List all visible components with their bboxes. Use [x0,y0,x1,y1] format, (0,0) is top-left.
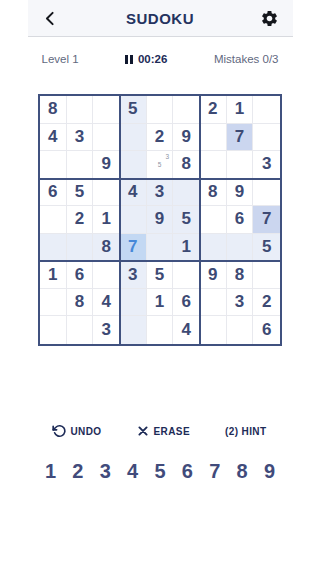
cell-r6c8[interactable] [227,234,254,262]
cell-r2c6[interactable]: 9 [173,124,200,152]
pause-icon [125,55,133,64]
cell-r5c9[interactable]: 7 [253,206,280,234]
cell-r6c5[interactable] [147,234,174,262]
cell-r5c7[interactable] [200,206,227,234]
cell-r8c7[interactable] [200,289,227,317]
settings-button[interactable] [258,7,280,29]
timer[interactable]: 00:26 [125,53,167,65]
cell-r1c5[interactable] [147,96,174,124]
cell-r3c9[interactable]: 3 [253,151,280,179]
cell-r4c6[interactable] [173,179,200,207]
cell-r1c8[interactable]: 1 [227,96,254,124]
cell-r8c6[interactable]: 6 [173,289,200,317]
cell-r2c2[interactable]: 3 [67,124,94,152]
cell-r4c1[interactable]: 6 [40,179,67,207]
cell-r9c6[interactable]: 4 [173,316,200,344]
numpad-8[interactable]: 8 [232,460,252,483]
box-divider-horizontal-2 [40,260,280,262]
cell-r4c9[interactable] [253,179,280,207]
cell-r9c3[interactable]: 3 [93,316,120,344]
cell-r8c3[interactable]: 4 [93,289,120,317]
cell-r2c1[interactable]: 4 [40,124,67,152]
cell-r9c2[interactable] [67,316,94,344]
cell-r3c1[interactable] [40,151,67,179]
numpad-5[interactable]: 5 [150,460,170,483]
numpad-6[interactable]: 6 [177,460,197,483]
cell-r3c3[interactable]: 9 [93,151,120,179]
cell-r2c4[interactable] [120,124,147,152]
sudoku-app-screen: SUDOKU Level 1 00:26 Mistakes 0/3 852143… [28,0,293,574]
cell-r1c7[interactable]: 2 [200,96,227,124]
cell-r7c8[interactable]: 8 [227,261,254,289]
cell-r5c1[interactable] [40,206,67,234]
box-divider-vertical-1 [119,96,121,344]
cell-r7c4[interactable]: 3 [120,261,147,289]
cell-r7c2[interactable]: 6 [67,261,94,289]
cell-r6c4[interactable]: 7 [120,234,147,262]
cell-r7c7[interactable]: 9 [200,261,227,289]
cell-r6c9[interactable]: 5 [253,234,280,262]
gear-icon [260,9,279,28]
number-pad: 123456789 [28,460,293,483]
numpad-4[interactable]: 4 [123,460,143,483]
timer-value: 00:26 [138,53,167,65]
cell-r7c9[interactable] [253,261,280,289]
cell-r3c6[interactable]: 8 [173,151,200,179]
cell-r7c3[interactable] [93,261,120,289]
cell-r4c3[interactable] [93,179,120,207]
cell-r1c9[interactable] [253,96,280,124]
page-title: SUDOKU [126,10,194,27]
cell-r5c6[interactable]: 5 [173,206,200,234]
level-label: Level 1 [42,53,79,65]
box-divider-horizontal-1 [40,178,280,180]
cell-r4c8[interactable]: 9 [227,179,254,207]
sudoku-board: 8521432979358365438921956787151635988416… [38,94,282,346]
cell-r6c3[interactable]: 8 [93,234,120,262]
cell-r6c6[interactable]: 1 [173,234,200,262]
pencil-notes: 35 [148,152,172,177]
cell-r2c9[interactable] [253,124,280,152]
cell-r6c2[interactable] [67,234,94,262]
cell-r8c4[interactable] [120,289,147,317]
cell-r2c3[interactable] [93,124,120,152]
numpad-7[interactable]: 7 [205,460,225,483]
hint-button[interactable]: (2) HINT [225,426,267,437]
back-chevron-icon [42,10,59,27]
cell-r3c4[interactable] [120,151,147,179]
back-button[interactable] [40,7,62,29]
cell-r8c9[interactable]: 2 [253,289,280,317]
cell-r5c4[interactable] [120,206,147,234]
cell-r1c2[interactable] [67,96,94,124]
cell-r7c6[interactable] [173,261,200,289]
cell-r4c7[interactable]: 8 [200,179,227,207]
cell-r8c5[interactable]: 1 [147,289,174,317]
cell-r8c8[interactable]: 3 [227,289,254,317]
cell-r8c2[interactable]: 8 [67,289,94,317]
undo-icon [52,424,66,438]
erase-label: ERASE [154,426,190,437]
numpad-2[interactable]: 2 [68,460,88,483]
cell-r4c2[interactable]: 5 [67,179,94,207]
action-bar: UNDO ERASE (2) HINT [52,422,267,440]
erase-x-icon [137,425,149,437]
cell-r6c7[interactable] [200,234,227,262]
cell-r1c4[interactable]: 5 [120,96,147,124]
numpad-1[interactable]: 1 [41,460,61,483]
cell-r8c1[interactable] [40,289,67,317]
cell-r9c5[interactable] [147,316,174,344]
status-bar: Level 1 00:26 Mistakes 0/3 [28,51,293,67]
cell-r9c9[interactable]: 6 [253,316,280,344]
sudoku-grid: 8521432979358365438921956787151635988416… [40,96,280,344]
cell-r3c8[interactable] [227,151,254,179]
undo-label: UNDO [71,426,102,437]
cell-r7c5[interactable]: 5 [147,261,174,289]
cell-r3c7[interactable] [200,151,227,179]
numpad-9[interactable]: 9 [260,460,280,483]
cell-r5c8[interactable]: 6 [227,206,254,234]
box-divider-vertical-2 [199,96,201,344]
cell-r1c3[interactable] [93,96,120,124]
cell-r4c5[interactable]: 3 [147,179,174,207]
cell-r9c4[interactable] [120,316,147,344]
header: SUDOKU [28,0,293,37]
cell-r1c1[interactable]: 8 [40,96,67,124]
cell-r3c2[interactable] [67,151,94,179]
cell-r9c1[interactable] [40,316,67,344]
numpad-3[interactable]: 3 [95,460,115,483]
cell-r3c5[interactable]: 35 [147,151,174,179]
cell-r4c4[interactable]: 4 [120,179,147,207]
cell-r2c8[interactable]: 7 [227,124,254,152]
cell-r5c5[interactable]: 9 [147,206,174,234]
cell-r9c7[interactable] [200,316,227,344]
cell-r1c6[interactable] [173,96,200,124]
cell-r7c1[interactable]: 1 [40,261,67,289]
undo-button[interactable]: UNDO [52,424,102,438]
erase-button[interactable]: ERASE [137,425,190,437]
cell-r5c2[interactable]: 2 [67,206,94,234]
mistakes-label: Mistakes 0/3 [214,53,279,65]
cell-r5c3[interactable]: 1 [93,206,120,234]
hint-label: (2) HINT [225,426,267,437]
cell-r6c1[interactable] [40,234,67,262]
cell-r2c5[interactable]: 2 [147,124,174,152]
cell-r9c8[interactable] [227,316,254,344]
cell-r2c7[interactable] [200,124,227,152]
